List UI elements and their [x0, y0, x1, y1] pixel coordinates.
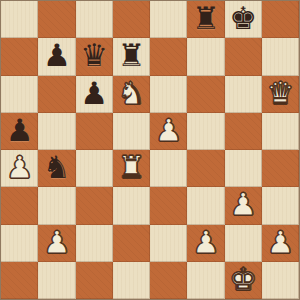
- square-f5[interactable]: [187, 113, 224, 150]
- square-b3[interactable]: [38, 187, 75, 224]
- chess-board: ♜♚♟♛♜♟♞♛♟♟♟♞♜♟♟♟♟♚: [0, 0, 300, 300]
- square-f2[interactable]: ♟: [187, 225, 224, 262]
- square-b7[interactable]: ♟: [38, 38, 75, 75]
- square-h1[interactable]: [262, 262, 299, 299]
- square-b5[interactable]: [38, 113, 75, 150]
- square-e6[interactable]: [150, 76, 187, 113]
- square-b4[interactable]: ♞: [38, 150, 75, 187]
- square-e3[interactable]: [150, 187, 187, 224]
- square-d3[interactable]: [113, 187, 150, 224]
- square-g2[interactable]: [225, 225, 262, 262]
- square-d7[interactable]: ♜: [113, 38, 150, 75]
- white-queen[interactable]: ♛: [266, 78, 294, 109]
- black-king[interactable]: ♚: [229, 3, 257, 34]
- square-b8[interactable]: [38, 1, 75, 38]
- square-g3[interactable]: ♟: [225, 187, 262, 224]
- square-f3[interactable]: [187, 187, 224, 224]
- square-d6[interactable]: ♞: [113, 76, 150, 113]
- square-b2[interactable]: ♟: [38, 225, 75, 262]
- black-rook[interactable]: ♜: [117, 40, 145, 71]
- square-a1[interactable]: [1, 262, 38, 299]
- white-rook[interactable]: ♜: [117, 152, 145, 183]
- black-pawn[interactable]: ♟: [6, 115, 34, 146]
- square-c1[interactable]: [76, 262, 113, 299]
- square-b1[interactable]: [38, 262, 75, 299]
- square-g5[interactable]: [225, 113, 262, 150]
- black-knight[interactable]: ♞: [43, 152, 71, 183]
- square-c5[interactable]: [76, 113, 113, 150]
- square-a7[interactable]: [1, 38, 38, 75]
- square-c2[interactable]: [76, 225, 113, 262]
- white-pawn[interactable]: ♟: [266, 227, 294, 258]
- square-g8[interactable]: ♚: [225, 1, 262, 38]
- square-h3[interactable]: [262, 187, 299, 224]
- square-e1[interactable]: [150, 262, 187, 299]
- black-queen[interactable]: ♛: [80, 40, 108, 71]
- square-e8[interactable]: [150, 1, 187, 38]
- square-h6[interactable]: ♛: [262, 76, 299, 113]
- black-rook[interactable]: ♜: [192, 3, 220, 34]
- white-pawn[interactable]: ♟: [43, 227, 71, 258]
- square-c6[interactable]: ♟: [76, 76, 113, 113]
- square-h2[interactable]: ♟: [262, 225, 299, 262]
- square-d4[interactable]: ♜: [113, 150, 150, 187]
- black-pawn[interactable]: ♟: [43, 40, 71, 71]
- square-h7[interactable]: [262, 38, 299, 75]
- square-a2[interactable]: [1, 225, 38, 262]
- square-e5[interactable]: ♟: [150, 113, 187, 150]
- white-pawn[interactable]: ♟: [6, 152, 34, 183]
- square-d1[interactable]: [113, 262, 150, 299]
- white-knight[interactable]: ♞: [117, 78, 145, 109]
- square-a3[interactable]: [1, 187, 38, 224]
- square-a8[interactable]: [1, 1, 38, 38]
- square-e7[interactable]: [150, 38, 187, 75]
- square-c8[interactable]: [76, 1, 113, 38]
- square-d8[interactable]: [113, 1, 150, 38]
- square-f4[interactable]: [187, 150, 224, 187]
- square-g7[interactable]: [225, 38, 262, 75]
- square-b6[interactable]: [38, 76, 75, 113]
- square-a6[interactable]: [1, 76, 38, 113]
- square-c4[interactable]: [76, 150, 113, 187]
- square-h4[interactable]: [262, 150, 299, 187]
- square-h8[interactable]: [262, 1, 299, 38]
- square-f7[interactable]: [187, 38, 224, 75]
- square-f1[interactable]: [187, 262, 224, 299]
- square-g1[interactable]: ♚: [225, 262, 262, 299]
- square-h5[interactable]: [262, 113, 299, 150]
- square-e4[interactable]: [150, 150, 187, 187]
- white-pawn[interactable]: ♟: [155, 115, 183, 146]
- square-a5[interactable]: ♟: [1, 113, 38, 150]
- square-d5[interactable]: [113, 113, 150, 150]
- white-pawn[interactable]: ♟: [192, 227, 220, 258]
- square-d2[interactable]: [113, 225, 150, 262]
- white-king[interactable]: ♚: [229, 264, 257, 295]
- black-pawn[interactable]: ♟: [80, 78, 108, 109]
- square-g4[interactable]: [225, 150, 262, 187]
- square-f6[interactable]: [187, 76, 224, 113]
- square-g6[interactable]: [225, 76, 262, 113]
- square-c7[interactable]: ♛: [76, 38, 113, 75]
- square-a4[interactable]: ♟: [1, 150, 38, 187]
- square-e2[interactable]: [150, 225, 187, 262]
- white-pawn[interactable]: ♟: [229, 189, 257, 220]
- square-c3[interactable]: [76, 187, 113, 224]
- square-f8[interactable]: ♜: [187, 1, 224, 38]
